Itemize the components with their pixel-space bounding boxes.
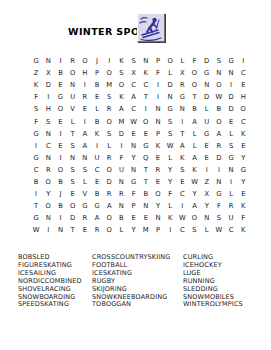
grid-cell-r5-c10[interactable]: I — [140, 103, 152, 115]
grid-cell-r2-c15[interactable]: G — [201, 67, 213, 79]
grid-cell-r7-c18[interactable]: K — [237, 128, 249, 140]
grid-cell-r4-c15[interactable]: D — [201, 91, 213, 103]
grid-cell-r1-c3[interactable]: I — [54, 55, 66, 67]
grid-cell-r5-c15[interactable]: L — [201, 103, 213, 115]
grid-cell-r4-c11[interactable]: I — [152, 91, 164, 103]
grid-cell-r3-c10[interactable]: C — [140, 79, 152, 91]
grid-cell-r14-c13[interactable]: W — [176, 212, 188, 224]
grid-cell-r4-c18[interactable]: H — [237, 91, 249, 103]
grid-cell-r9-c9[interactable]: Y — [128, 152, 140, 164]
grid-cell-r9-c5[interactable]: N — [79, 152, 91, 164]
grid-cell-r6-c5[interactable]: I — [79, 115, 91, 127]
grid-cell-r5-c17[interactable]: D — [225, 103, 237, 115]
grid-cell-r11-c9[interactable]: G — [128, 176, 140, 188]
grid-cell-r1-c5[interactable]: O — [79, 55, 91, 67]
grid-cell-r12-c3[interactable]: J — [54, 188, 66, 200]
grid-cell-r3-c2[interactable]: D — [42, 79, 54, 91]
grid-cell-r7-c5[interactable]: A — [79, 128, 91, 140]
grid-cell-r11-c7[interactable]: D — [103, 176, 115, 188]
grid-cell-r3-c12[interactable]: D — [164, 79, 176, 91]
grid-cell-r12-c15[interactable]: X — [201, 188, 213, 200]
grid-cell-r3-c15[interactable]: N — [201, 79, 213, 91]
grid-cell-r9-c12[interactable]: L — [164, 152, 176, 164]
grid-cell-r10-c18[interactable]: G — [237, 164, 249, 176]
grid-cell-r7-c4[interactable]: T — [67, 128, 79, 140]
grid-cell-r9-c3[interactable]: I — [54, 152, 66, 164]
grid-cell-r14-c11[interactable]: N — [152, 212, 164, 224]
grid-cell-r10-c2[interactable]: R — [42, 164, 54, 176]
grid-cell-r5-c7[interactable]: R — [103, 103, 115, 115]
grid-cell-r8-c8[interactable]: I — [115, 140, 127, 152]
grid-cell-r15-c5[interactable]: E — [79, 224, 91, 236]
grid-cell-r10-c11[interactable]: R — [152, 164, 164, 176]
grid-cell-r10-c8[interactable]: U — [115, 164, 127, 176]
grid-cell-r9-c13[interactable]: K — [176, 152, 188, 164]
grid-cell-r3-c13[interactable]: R — [176, 79, 188, 91]
grid-cell-r1-c9[interactable]: S — [128, 55, 140, 67]
word-list-column-3: CURLINGICEHOCKEYLUGERUNNINGSLEDDINGSNOWM… — [183, 254, 271, 309]
grid-cell-r12-c12[interactable]: F — [164, 188, 176, 200]
grid-cell-r12-c14[interactable]: Y — [188, 188, 200, 200]
grid-cell-r6-c1[interactable]: F — [30, 115, 42, 127]
grid-cell-r13-c8[interactable]: N — [115, 200, 127, 212]
grid-cell-r4-c10[interactable]: T — [140, 91, 152, 103]
grid-cell-r10-c10[interactable]: T — [140, 164, 152, 176]
grid-cell-r3-c8[interactable]: O — [115, 79, 127, 91]
grid-cell-r10-c15[interactable]: I — [201, 164, 213, 176]
grid-cell-r5-c6[interactable]: L — [91, 103, 103, 115]
grid-cell-r11-c2[interactable]: O — [42, 176, 54, 188]
grid-cell-r8-c7[interactable]: L — [103, 140, 115, 152]
grid-cell-r14-c17[interactable]: U — [225, 212, 237, 224]
grid-cell-r15-c12[interactable]: I — [164, 224, 176, 236]
grid-cell-r8-c3[interactable]: E — [54, 140, 66, 152]
grid-cell-r8-c4[interactable]: S — [67, 140, 79, 152]
grid-cell-r9-c7[interactable]: R — [103, 152, 115, 164]
grid-cell-r7-c7[interactable]: S — [103, 128, 115, 140]
grid-cell-r5-c1[interactable]: S — [30, 103, 42, 115]
grid-cell-r14-c14[interactable]: O — [188, 212, 200, 224]
grid-cell-r8-c16[interactable]: R — [213, 140, 225, 152]
grid-cell-r8-c17[interactable]: S — [225, 140, 237, 152]
grid-cell-r4-c14[interactable]: T — [188, 91, 200, 103]
grid-cell-r1-c7[interactable]: I — [103, 55, 115, 67]
grid-cell-r1-c11[interactable]: P — [152, 55, 164, 67]
grid-cell-r11-c10[interactable]: T — [140, 176, 152, 188]
grid-cell-r2-c16[interactable]: N — [213, 67, 225, 79]
grid-cell-r5-c18[interactable]: O — [237, 103, 249, 115]
grid-cell-r14-c7[interactable]: O — [103, 212, 115, 224]
grid-cell-r12-c1[interactable]: I — [30, 188, 42, 200]
grid-cell-r7-c2[interactable]: N — [42, 128, 54, 140]
grid-cell-r14-c15[interactable]: N — [201, 212, 213, 224]
grid-cell-r15-c1[interactable]: W — [30, 224, 42, 236]
grid-cell-r5-c4[interactable]: V — [67, 103, 79, 115]
grid-cell-r14-c2[interactable]: N — [42, 212, 54, 224]
grid-cell-r15-c13[interactable]: C — [176, 224, 188, 236]
grid-cell-r6-c15[interactable]: U — [201, 115, 213, 127]
grid-cell-r3-c7[interactable]: M — [103, 79, 115, 91]
grid-cell-r7-c14[interactable]: L — [188, 128, 200, 140]
grid-cell-r6-c14[interactable]: A — [188, 115, 200, 127]
grid-cell-r3-c17[interactable]: I — [225, 79, 237, 91]
grid-cell-r5-c3[interactable]: O — [54, 103, 66, 115]
grid-cell-r13-c14[interactable]: A — [188, 200, 200, 212]
grid-cell-r10-c5[interactable]: S — [79, 164, 91, 176]
grid-cell-r8-c5[interactable]: A — [79, 140, 91, 152]
grid-cell-r9-c18[interactable]: Y — [237, 152, 249, 164]
grid-cell-r3-c3[interactable]: E — [54, 79, 66, 91]
grid-cell-r3-c5[interactable]: I — [79, 79, 91, 91]
grid-cell-r2-c13[interactable]: X — [176, 67, 188, 79]
grid-cell-r12-c7[interactable]: R — [103, 188, 115, 200]
grid-cell-r7-c8[interactable]: D — [115, 128, 127, 140]
grid-cell-r15-c16[interactable]: W — [213, 224, 225, 236]
grid-cell-r3-c1[interactable]: K — [30, 79, 42, 91]
grid-cell-r1-c1[interactable]: G — [30, 55, 42, 67]
grid-cell-r3-c14[interactable]: O — [188, 79, 200, 91]
grid-cell-r9-c17[interactable]: G — [225, 152, 237, 164]
grid-cell-r15-c15[interactable]: L — [201, 224, 213, 236]
grid-cell-r12-c10[interactable]: B — [140, 188, 152, 200]
grid-cell-r5-c14[interactable]: B — [188, 103, 200, 115]
grid-cell-r2-c4[interactable]: O — [67, 67, 79, 79]
grid-cell-r13-c16[interactable]: F — [213, 200, 225, 212]
grid-cell-r15-c4[interactable]: T — [67, 224, 79, 236]
grid-cell-r13-c18[interactable]: K — [237, 200, 249, 212]
grid-cell-r7-c11[interactable]: P — [152, 128, 164, 140]
word-item: SPEEDSKATING — [18, 301, 92, 309]
grid-cell-r10-c1[interactable]: C — [30, 164, 42, 176]
letter-grid: GNIROJIKSNPOLFDSGIZXBOHPOSXKFLXOGNNCKDEN… — [30, 55, 249, 236]
grid-cell-r6-c4[interactable]: L — [67, 115, 79, 127]
grid-cell-r7-c3[interactable]: I — [54, 128, 66, 140]
grid-cell-r4-c4[interactable]: U — [67, 91, 79, 103]
grid-cell-r11-c4[interactable]: S — [67, 176, 79, 188]
grid-cell-r15-c2[interactable]: I — [42, 224, 54, 236]
grid-cell-r14-c4[interactable]: D — [67, 212, 79, 224]
grid-cell-r12-c8[interactable]: R — [115, 188, 127, 200]
grid-cell-r1-c10[interactable]: N — [140, 55, 152, 67]
grid-cell-r7-c6[interactable]: K — [91, 128, 103, 140]
grid-cell-r1-c15[interactable]: D — [201, 55, 213, 67]
grid-cell-r8-c2[interactable]: C — [42, 140, 54, 152]
grid-cell-r10-c16[interactable]: I — [213, 164, 225, 176]
grid-cell-r1-c6[interactable]: J — [91, 55, 103, 67]
grid-cell-r6-c10[interactable]: O — [140, 115, 152, 127]
grid-cell-r15-c6[interactable]: R — [91, 224, 103, 236]
grid-cell-r15-c14[interactable]: S — [188, 224, 200, 236]
grid-cell-r4-c16[interactable]: W — [213, 91, 225, 103]
grid-cell-r14-c1[interactable]: G — [30, 212, 42, 224]
grid-cell-r2-c12[interactable]: L — [164, 67, 176, 79]
grid-cell-r6-c13[interactable]: I — [176, 115, 188, 127]
grid-cell-r1-c13[interactable]: L — [176, 55, 188, 67]
grid-cell-r9-c6[interactable]: U — [91, 152, 103, 164]
grid-cell-r6-c11[interactable]: N — [152, 115, 164, 127]
grid-cell-r3-c18[interactable]: E — [237, 79, 249, 91]
grid-cell-r4-c5[interactable]: R — [79, 91, 91, 103]
grid-cell-r10-c6[interactable]: C — [91, 164, 103, 176]
grid-cell-r1-c17[interactable]: G — [225, 55, 237, 67]
grid-cell-r6-c3[interactable]: E — [54, 115, 66, 127]
grid-cell-r14-c6[interactable]: A — [91, 212, 103, 224]
grid-cell-r4-c2[interactable]: I — [42, 91, 54, 103]
grid-cell-r13-c5[interactable]: G — [79, 200, 91, 212]
grid-cell-r11-c15[interactable]: Z — [201, 176, 213, 188]
grid-cell-r7-c1[interactable]: G — [30, 128, 42, 140]
grid-cell-r5-c12[interactable]: G — [164, 103, 176, 115]
grid-cell-r1-c2[interactable]: N — [42, 55, 54, 67]
grid-cell-r8-c18[interactable]: E — [237, 140, 249, 152]
grid-cell-r12-c6[interactable]: B — [91, 188, 103, 200]
grid-cell-r8-c10[interactable]: G — [140, 140, 152, 152]
grid-cell-r4-c9[interactable]: A — [128, 91, 140, 103]
grid-cell-r1-c4[interactable]: R — [67, 55, 79, 67]
grid-cell-r13-c4[interactable]: O — [67, 200, 79, 212]
grid-cell-r14-c16[interactable]: S — [213, 212, 225, 224]
grid-cell-r8-c1[interactable]: I — [30, 140, 42, 152]
grid-cell-r4-c17[interactable]: D — [225, 91, 237, 103]
grid-cell-r3-c11[interactable]: I — [152, 79, 164, 91]
grid-cell-r4-c7[interactable]: S — [103, 91, 115, 103]
grid-cell-r10-c3[interactable]: O — [54, 164, 66, 176]
grid-cell-r5-c2[interactable]: H — [42, 103, 54, 115]
grid-cell-r8-c11[interactable]: K — [152, 140, 164, 152]
grid-cell-r1-c12[interactable]: O — [164, 55, 176, 67]
word-item: WINTEROLYMPICS — [183, 301, 271, 309]
grid-cell-r1-c16[interactable]: S — [213, 55, 225, 67]
grid-cell-r14-c3[interactable]: I — [54, 212, 66, 224]
grid-cell-r10-c4[interactable]: S — [67, 164, 79, 176]
grid-cell-r4-c13[interactable]: G — [176, 91, 188, 103]
grid-cell-r8-c15[interactable]: E — [201, 140, 213, 152]
grid-cell-r7-c10[interactable]: E — [140, 128, 152, 140]
grid-cell-r12-c18[interactable]: E — [237, 188, 249, 200]
skier-icon — [137, 13, 165, 42]
grid-cell-r8-c13[interactable]: A — [176, 140, 188, 152]
grid-cell-r9-c8[interactable]: F — [115, 152, 127, 164]
grid-cell-r2-c10[interactable]: K — [140, 67, 152, 79]
grid-cell-r9-c2[interactable]: N — [42, 152, 54, 164]
grid-cell-r9-c10[interactable]: Q — [140, 152, 152, 164]
grid-cell-r11-c5[interactable]: L — [79, 176, 91, 188]
grid-cell-r13-c9[interactable]: P — [128, 200, 140, 212]
grid-cell-r10-c14[interactable]: K — [188, 164, 200, 176]
grid-cell-r13-c2[interactable]: O — [42, 200, 54, 212]
grid-cell-r10-c7[interactable]: O — [103, 164, 115, 176]
skier-icon-graphic — [139, 15, 163, 41]
grid-cell-r9-c1[interactable]: G — [30, 152, 42, 164]
grid-cell-r4-c6[interactable]: E — [91, 91, 103, 103]
grid-cell-r13-c3[interactable]: B — [54, 200, 66, 212]
grid-cell-r15-c9[interactable]: Y — [128, 224, 140, 236]
grid-cell-r7-c16[interactable]: A — [213, 128, 225, 140]
grid-cell-r12-c9[interactable]: F — [128, 188, 140, 200]
grid-cell-r13-c7[interactable]: A — [103, 200, 115, 212]
grid-cell-r9-c4[interactable]: N — [67, 152, 79, 164]
grid-cell-r5-c8[interactable]: A — [115, 103, 127, 115]
grid-cell-r6-c6[interactable]: B — [91, 115, 103, 127]
grid-cell-r12-c13[interactable]: C — [176, 188, 188, 200]
grid-cell-r3-c6[interactable]: B — [91, 79, 103, 91]
grid-cell-r2-c2[interactable]: X — [42, 67, 54, 79]
grid-cell-r8-c14[interactable]: L — [188, 140, 200, 152]
word-item: TOBOGGAN — [92, 301, 183, 309]
worksheet: WINTER SPORTS GNIROJIKSNPOLFDSGIZXBOHPOS… — [0, 0, 271, 350]
grid-cell-r2-c6[interactable]: P — [91, 67, 103, 79]
grid-cell-r13-c12[interactable]: L — [164, 200, 176, 212]
grid-cell-r11-c1[interactable]: B — [30, 176, 42, 188]
grid-cell-r11-c13[interactable]: E — [176, 176, 188, 188]
word-list-column-1: BOBSLEDFIGURESKATINGICESAILINGNORDICCOMB… — [18, 254, 92, 309]
grid-cell-r12-c16[interactable]: G — [213, 188, 225, 200]
grid-cell-r3-c16[interactable]: O — [213, 79, 225, 91]
grid-cell-r7-c15[interactable]: G — [201, 128, 213, 140]
grid-cell-r8-c9[interactable]: N — [128, 140, 140, 152]
grid-cell-r11-c3[interactable]: B — [54, 176, 66, 188]
grid-cell-r10-c12[interactable]: Y — [164, 164, 176, 176]
grid-cell-r11-c12[interactable]: Y — [164, 176, 176, 188]
grid-cell-r14-c12[interactable]: K — [164, 212, 176, 224]
word-list-column-2: CROSSCOUNTRYSKIINGFOOTBALLICESKATINGRUGB… — [92, 254, 183, 309]
grid-cell-r7-c17[interactable]: L — [225, 128, 237, 140]
grid-cell-r6-c16[interactable]: O — [213, 115, 225, 127]
grid-cell-r2-c5[interactable]: H — [79, 67, 91, 79]
grid-cell-r13-c10[interactable]: N — [140, 200, 152, 212]
grid-cell-r5-c9[interactable]: C — [128, 103, 140, 115]
grid-cell-r11-c16[interactable]: N — [213, 176, 225, 188]
grid-cell-r2-c9[interactable]: X — [128, 67, 140, 79]
grid-cell-r9-c11[interactable]: E — [152, 152, 164, 164]
grid-cell-r13-c1[interactable]: T — [30, 200, 42, 212]
grid-cell-r6-c12[interactable]: S — [164, 115, 176, 127]
grid-cell-r6-c8[interactable]: M — [115, 115, 127, 127]
grid-cell-r4-c3[interactable]: G — [54, 91, 66, 103]
grid-cell-r10-c17[interactable]: N — [225, 164, 237, 176]
grid-cell-r9-c15[interactable]: E — [201, 152, 213, 164]
grid-cell-r4-c1[interactable]: F — [30, 91, 42, 103]
grid-cell-r7-c9[interactable]: E — [128, 128, 140, 140]
grid-cell-r15-c17[interactable]: C — [225, 224, 237, 236]
grid-cell-r11-c6[interactable]: E — [91, 176, 103, 188]
grid-cell-r13-c13[interactable]: I — [176, 200, 188, 212]
grid-cell-r3-c9[interactable]: C — [128, 79, 140, 91]
grid-cell-r10-c13[interactable]: S — [176, 164, 188, 176]
grid-cell-r9-c14[interactable]: A — [188, 152, 200, 164]
grid-cell-r13-c11[interactable]: Y — [152, 200, 164, 212]
grid-cell-r12-c11[interactable]: O — [152, 188, 164, 200]
grid-cell-r5-c5[interactable]: E — [79, 103, 91, 115]
grid-cell-r11-c11[interactable]: E — [152, 176, 164, 188]
grid-cell-r5-c13[interactable]: N — [176, 103, 188, 115]
grid-cell-r14-c10[interactable]: E — [140, 212, 152, 224]
grid-cell-r1-c18[interactable]: I — [237, 55, 249, 67]
grid-cell-r11-c18[interactable]: Y — [237, 176, 249, 188]
grid-cell-r11-c14[interactable]: W — [188, 176, 200, 188]
grid-cell-r2-c7[interactable]: O — [103, 67, 115, 79]
grid-cell-r6-c7[interactable]: O — [103, 115, 115, 127]
grid-cell-r11-c8[interactable]: N — [115, 176, 127, 188]
grid-cell-r6-c18[interactable]: C — [237, 115, 249, 127]
grid-cell-r14-c18[interactable]: F — [237, 212, 249, 224]
grid-cell-r6-c9[interactable]: W — [128, 115, 140, 127]
grid-cell-r1-c8[interactable]: K — [115, 55, 127, 67]
grid-cell-r15-c3[interactable]: N — [54, 224, 66, 236]
grid-cell-r2-c11[interactable]: F — [152, 67, 164, 79]
grid-cell-r13-c6[interactable]: G — [91, 200, 103, 212]
grid-cell-r8-c6[interactable]: I — [91, 140, 103, 152]
grid-cell-r3-c4[interactable]: N — [67, 79, 79, 91]
grid-cell-r15-c18[interactable]: K — [237, 224, 249, 236]
grid-cell-r15-c10[interactable]: M — [140, 224, 152, 236]
grid-cell-r13-c15[interactable]: Y — [201, 200, 213, 212]
grid-cell-r14-c9[interactable]: E — [128, 212, 140, 224]
grid-cell-r11-c17[interactable]: I — [225, 176, 237, 188]
grid-cell-r7-c13[interactable]: T — [176, 128, 188, 140]
grid-cell-r2-c18[interactable]: C — [237, 67, 249, 79]
grid-cell-r10-c9[interactable]: N — [128, 164, 140, 176]
grid-cell-r12-c17[interactable]: L — [225, 188, 237, 200]
grid-cell-r5-c11[interactable]: N — [152, 103, 164, 115]
grid-cell-r2-c17[interactable]: N — [225, 67, 237, 79]
grid-cell-r4-c12[interactable]: N — [164, 91, 176, 103]
grid-cell-r5-c16[interactable]: B — [213, 103, 225, 115]
grid-cell-r1-c14[interactable]: F — [188, 55, 200, 67]
grid-cell-r15-c11[interactable]: P — [152, 224, 164, 236]
grid-cell-r7-c12[interactable]: S — [164, 128, 176, 140]
grid-cell-r6-c2[interactable]: S — [42, 115, 54, 127]
grid-cell-r12-c4[interactable]: E — [67, 188, 79, 200]
grid-cell-r15-c8[interactable]: L — [115, 224, 127, 236]
grid-cell-r2-c3[interactable]: B — [54, 67, 66, 79]
grid-cell-r2-c8[interactable]: S — [115, 67, 127, 79]
grid-cell-r2-c14[interactable]: O — [188, 67, 200, 79]
grid-cell-r9-c16[interactable]: D — [213, 152, 225, 164]
word-list: BOBSLEDFIGURESKATINGICESAILINGNORDICCOMB… — [18, 254, 271, 309]
grid-cell-r2-c1[interactable]: Z — [30, 67, 42, 79]
grid-cell-r12-c2[interactable]: Y — [42, 188, 54, 200]
grid-cell-r8-c12[interactable]: W — [164, 140, 176, 152]
grid-cell-r13-c17[interactable]: R — [225, 200, 237, 212]
grid-cell-r4-c8[interactable]: K — [115, 91, 127, 103]
grid-cell-r14-c5[interactable]: R — [79, 212, 91, 224]
grid-cell-r15-c7[interactable]: O — [103, 224, 115, 236]
grid-cell-r12-c5[interactable]: V — [79, 188, 91, 200]
grid-cell-r6-c17[interactable]: E — [225, 115, 237, 127]
grid-cell-r14-c8[interactable]: B — [115, 212, 127, 224]
